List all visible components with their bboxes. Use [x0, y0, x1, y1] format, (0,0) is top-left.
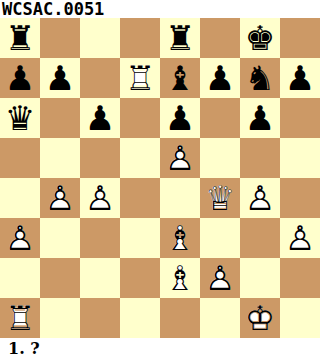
square-e5[interactable]: ♟♙	[160, 138, 200, 178]
square-d7[interactable]: ♜♖	[120, 58, 160, 98]
black-pawn: ♟	[80, 98, 120, 138]
white-pawn: ♟♙	[40, 178, 80, 218]
square-g8[interactable]: ♚	[240, 18, 280, 58]
square-a7[interactable]: ♟	[0, 58, 40, 98]
white-pawn: ♟♙	[80, 178, 120, 218]
square-a8[interactable]: ♜	[0, 18, 40, 58]
white-bishop: ♝♗	[160, 258, 200, 298]
square-f4[interactable]: ♛♕	[200, 178, 240, 218]
move-prompt: 1. ?	[8, 338, 40, 360]
square-d1[interactable]	[120, 298, 160, 338]
white-pawn: ♟♙	[200, 258, 240, 298]
square-g2[interactable]	[240, 258, 280, 298]
square-f5[interactable]	[200, 138, 240, 178]
white-pawn: ♟♙	[240, 178, 280, 218]
square-b8[interactable]	[40, 18, 80, 58]
square-c7[interactable]	[80, 58, 120, 98]
square-c8[interactable]	[80, 18, 120, 58]
square-g5[interactable]	[240, 138, 280, 178]
square-d5[interactable]	[120, 138, 160, 178]
square-h2[interactable]	[280, 258, 320, 298]
black-rook: ♜	[0, 18, 40, 58]
black-pawn: ♟	[40, 58, 80, 98]
white-queen: ♛♕	[200, 178, 240, 218]
square-b3[interactable]	[40, 218, 80, 258]
square-h7[interactable]: ♟	[280, 58, 320, 98]
square-d8[interactable]	[120, 18, 160, 58]
black-pawn: ♟	[200, 58, 240, 98]
square-e1[interactable]	[160, 298, 200, 338]
square-c3[interactable]	[80, 218, 120, 258]
square-g3[interactable]	[240, 218, 280, 258]
square-c4[interactable]: ♟♙	[80, 178, 120, 218]
square-e8[interactable]: ♜	[160, 18, 200, 58]
square-c1[interactable]	[80, 298, 120, 338]
square-b7[interactable]: ♟	[40, 58, 80, 98]
square-a4[interactable]	[0, 178, 40, 218]
square-d3[interactable]	[120, 218, 160, 258]
white-pawn: ♟♙	[280, 218, 320, 258]
square-g1[interactable]: ♚♔	[240, 298, 280, 338]
black-queen: ♛	[0, 98, 40, 138]
black-bishop: ♝	[160, 58, 200, 98]
black-rook: ♜	[160, 18, 200, 58]
black-king: ♚	[240, 18, 280, 58]
white-king: ♚♔	[240, 298, 280, 338]
square-e4[interactable]	[160, 178, 200, 218]
square-d6[interactable]	[120, 98, 160, 138]
square-c5[interactable]	[80, 138, 120, 178]
square-f8[interactable]	[200, 18, 240, 58]
square-h6[interactable]	[280, 98, 320, 138]
square-a6[interactable]: ♛	[0, 98, 40, 138]
square-f3[interactable]	[200, 218, 240, 258]
square-d4[interactable]	[120, 178, 160, 218]
square-a2[interactable]	[0, 258, 40, 298]
diagram-title: WCSAC.0051	[2, 0, 104, 18]
black-pawn: ♟	[160, 98, 200, 138]
square-a5[interactable]	[0, 138, 40, 178]
square-a1[interactable]: ♜♖	[0, 298, 40, 338]
white-pawn: ♟♙	[0, 218, 40, 258]
square-f7[interactable]: ♟	[200, 58, 240, 98]
square-c2[interactable]	[80, 258, 120, 298]
white-rook: ♜♖	[120, 58, 160, 98]
square-b2[interactable]	[40, 258, 80, 298]
square-b5[interactable]	[40, 138, 80, 178]
square-h1[interactable]	[280, 298, 320, 338]
square-f1[interactable]	[200, 298, 240, 338]
square-b4[interactable]: ♟♙	[40, 178, 80, 218]
square-g7[interactable]: ♞	[240, 58, 280, 98]
square-b1[interactable]	[40, 298, 80, 338]
square-e3[interactable]: ♝♗	[160, 218, 200, 258]
square-g4[interactable]: ♟♙	[240, 178, 280, 218]
square-a3[interactable]: ♟♙	[0, 218, 40, 258]
square-h4[interactable]	[280, 178, 320, 218]
black-pawn: ♟	[280, 58, 320, 98]
square-e6[interactable]: ♟	[160, 98, 200, 138]
white-pawn: ♟♙	[160, 138, 200, 178]
white-bishop: ♝♗	[160, 218, 200, 258]
square-h5[interactable]	[280, 138, 320, 178]
square-e2[interactable]: ♝♗	[160, 258, 200, 298]
square-f2[interactable]: ♟♙	[200, 258, 240, 298]
square-h3[interactable]: ♟♙	[280, 218, 320, 258]
square-g6[interactable]: ♟	[240, 98, 280, 138]
square-b6[interactable]	[40, 98, 80, 138]
square-e7[interactable]: ♝	[160, 58, 200, 98]
black-pawn: ♟	[0, 58, 40, 98]
white-rook: ♜♖	[0, 298, 40, 338]
square-c6[interactable]: ♟	[80, 98, 120, 138]
square-d2[interactable]	[120, 258, 160, 298]
black-knight: ♞	[240, 58, 280, 98]
chess-board: ♜♜♚♟♟♜♖♝♟♞♟♛♟♟♟♟♙♟♙♟♙♛♕♟♙♟♙♝♗♟♙♝♗♟♙♜♖♚♔	[0, 18, 320, 338]
square-h8[interactable]	[280, 18, 320, 58]
black-pawn: ♟	[240, 98, 280, 138]
square-f6[interactable]	[200, 98, 240, 138]
